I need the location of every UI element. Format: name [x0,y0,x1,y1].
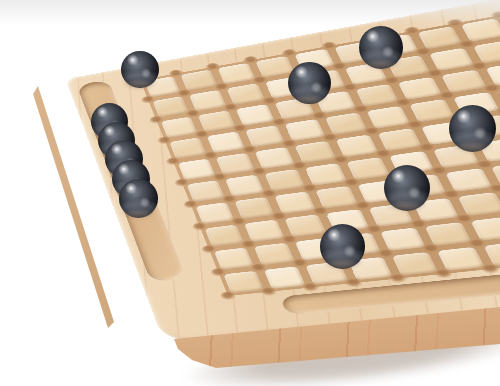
black-hematite-marble-on-grid[interactable] [320,224,365,269]
black-hematite-marble-on-grid[interactable] [121,51,159,89]
black-hematite-marble-in-left-tray[interactable] [119,179,158,218]
black-hematite-marble-on-grid[interactable] [384,165,430,211]
black-hematite-marble-on-grid[interactable] [359,26,403,70]
marbles-layer [0,0,500,386]
board-game-product-photo [0,0,500,386]
black-hematite-marble-on-grid[interactable] [449,105,496,152]
black-hematite-marble-on-grid[interactable] [288,62,330,104]
